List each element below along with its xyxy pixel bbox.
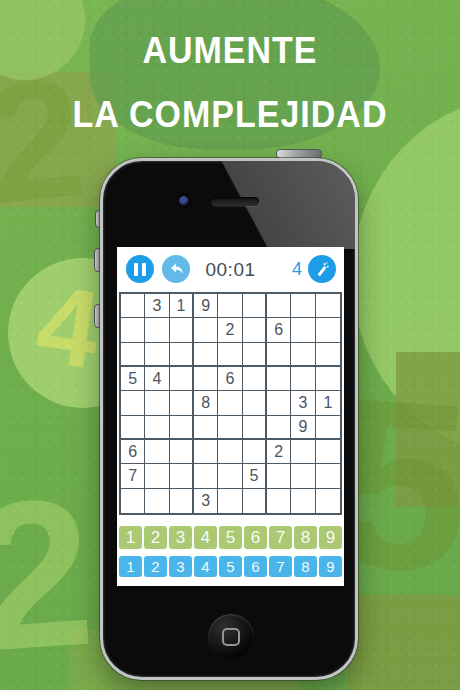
- home-button: [208, 614, 254, 660]
- grid-cell-r1c7[interactable]: [267, 294, 291, 318]
- grid-cell-r9c2[interactable]: [145, 489, 169, 513]
- green-key-7[interactable]: 7: [269, 526, 292, 549]
- grid-cell-r6c5[interactable]: [218, 416, 242, 440]
- grid-cell-r1c9[interactable]: [316, 294, 340, 318]
- grid-cell-r9c7[interactable]: [267, 489, 291, 513]
- green-key-8[interactable]: 8: [294, 526, 317, 549]
- hints-remaining-count: 4: [292, 247, 302, 292]
- grid-cell-r2c2[interactable]: [145, 318, 169, 342]
- blue-key-2[interactable]: 2: [144, 556, 167, 577]
- green-key-6[interactable]: 6: [244, 526, 267, 549]
- grid-cell-r3c7[interactable]: [267, 343, 291, 367]
- grid-cell-r8c6[interactable]: 5: [243, 464, 267, 488]
- app-screen: 00:01 4 31926546831962753 123456789 1234…: [117, 247, 344, 586]
- grid-cell-r7c9[interactable]: [316, 440, 340, 464]
- headline-line-1: AUMENTE: [0, 18, 460, 82]
- grid-cell-r3c2[interactable]: [145, 343, 169, 367]
- grid-cell-r9c1[interactable]: [121, 489, 145, 513]
- green-key-5[interactable]: 5: [219, 526, 242, 549]
- grid-cell-r8c4[interactable]: [194, 464, 218, 488]
- grid-cell-r9c4[interactable]: 3: [194, 489, 218, 513]
- grid-cell-r2c6[interactable]: [243, 318, 267, 342]
- grid-cell-r5c6[interactable]: [243, 391, 267, 415]
- grid-cell-r3c6[interactable]: [243, 343, 267, 367]
- grid-cell-r8c5[interactable]: [218, 464, 242, 488]
- grid-cell-r4c9[interactable]: [316, 367, 340, 391]
- blue-key-7[interactable]: 7: [269, 556, 292, 577]
- grid-cell-r6c4[interactable]: [194, 416, 218, 440]
- grid-cell-r7c1[interactable]: 6: [121, 440, 145, 464]
- grid-cell-r5c4[interactable]: 8: [194, 391, 218, 415]
- magic-wand-icon: [314, 261, 330, 277]
- blue-key-8[interactable]: 8: [294, 556, 317, 577]
- grid-cell-r3c3[interactable]: [170, 343, 194, 367]
- sudoku-grid: 31926546831962753: [119, 292, 342, 515]
- grid-cell-r3c9[interactable]: [316, 343, 340, 367]
- grid-cell-r4c7[interactable]: [267, 367, 291, 391]
- grid-cell-r4c3[interactable]: [170, 367, 194, 391]
- grid-cell-r6c7[interactable]: [267, 416, 291, 440]
- earpiece-speaker: [211, 197, 259, 206]
- grid-cell-r1c4[interactable]: 9: [194, 294, 218, 318]
- grid-cell-r9c8[interactable]: [291, 489, 315, 513]
- grid-cell-r5c5[interactable]: [218, 391, 242, 415]
- toolbar: 00:01 4: [117, 247, 344, 292]
- grid-cell-r4c8[interactable]: [291, 367, 315, 391]
- grid-cell-r1c8[interactable]: [291, 294, 315, 318]
- blue-key-4[interactable]: 4: [194, 556, 217, 577]
- grid-cell-r2c3[interactable]: [170, 318, 194, 342]
- grid-cell-r7c7[interactable]: 2: [267, 440, 291, 464]
- numpad-green: 123456789: [119, 526, 342, 549]
- grid-cell-r2c1[interactable]: [121, 318, 145, 342]
- grid-cell-r6c2[interactable]: [145, 416, 169, 440]
- grid-cell-r4c1[interactable]: 5: [121, 367, 145, 391]
- grid-cell-r4c6[interactable]: [243, 367, 267, 391]
- grid-cell-r1c6[interactable]: [243, 294, 267, 318]
- blue-key-1[interactable]: 1: [119, 556, 142, 577]
- iphone-mockup: 00:01 4 31926546831962753 123456789 1234…: [100, 158, 358, 680]
- green-key-9[interactable]: 9: [319, 526, 342, 549]
- grid-cell-r5c9[interactable]: 1: [316, 391, 340, 415]
- grid-cell-r6c8[interactable]: 9: [291, 416, 315, 440]
- green-key-1[interactable]: 1: [119, 526, 142, 549]
- grid-cell-r6c9[interactable]: [316, 416, 340, 440]
- grid-cell-r4c2[interactable]: 4: [145, 367, 169, 391]
- grid-cell-r8c2[interactable]: [145, 464, 169, 488]
- green-key-2[interactable]: 2: [144, 526, 167, 549]
- grid-cell-r4c5[interactable]: 6: [218, 367, 242, 391]
- green-key-3[interactable]: 3: [169, 526, 192, 549]
- numpad-blue: 123456789: [119, 556, 342, 577]
- headline: AUMENTE LA COMPLEJIDAD: [0, 18, 460, 145]
- grid-cell-r3c5[interactable]: [218, 343, 242, 367]
- green-key-4[interactable]: 4: [194, 526, 217, 549]
- hint-button[interactable]: [308, 255, 336, 283]
- grid-cell-r1c1[interactable]: [121, 294, 145, 318]
- grid-cell-r5c1[interactable]: [121, 391, 145, 415]
- grid-cell-r2c9[interactable]: [316, 318, 340, 342]
- grid-cell-r7c3[interactable]: [170, 440, 194, 464]
- grid-cell-r8c3[interactable]: [170, 464, 194, 488]
- grid-cell-r5c8[interactable]: 3: [291, 391, 315, 415]
- grid-cell-r9c3[interactable]: [170, 489, 194, 513]
- grid-cell-r2c8[interactable]: [291, 318, 315, 342]
- grid-cell-r5c3[interactable]: [170, 391, 194, 415]
- grid-cell-r7c6[interactable]: [243, 440, 267, 464]
- blue-key-6[interactable]: 6: [244, 556, 267, 577]
- grid-cell-r6c3[interactable]: [170, 416, 194, 440]
- grid-cell-r8c1[interactable]: 7: [121, 464, 145, 488]
- grid-cell-r5c7[interactable]: [267, 391, 291, 415]
- grid-cell-r1c2[interactable]: 3: [145, 294, 169, 318]
- grid-cell-r8c9[interactable]: [316, 464, 340, 488]
- grid-cell-r8c7[interactable]: [267, 464, 291, 488]
- grid-cell-r7c5[interactable]: [218, 440, 242, 464]
- grid-cell-r3c1[interactable]: [121, 343, 145, 367]
- blue-key-5[interactable]: 5: [219, 556, 242, 577]
- grid-cell-r3c8[interactable]: [291, 343, 315, 367]
- grid-cell-r1c3[interactable]: 1: [170, 294, 194, 318]
- blue-key-9[interactable]: 9: [319, 556, 342, 577]
- grid-cell-r8c8[interactable]: [291, 464, 315, 488]
- grid-cell-r2c4[interactable]: [194, 318, 218, 342]
- home-button-square-icon: [222, 628, 240, 646]
- headline-line-2: LA COMPLEJIDAD: [0, 82, 460, 146]
- grid-cell-r9c5[interactable]: [218, 489, 242, 513]
- grid-cell-r4c4[interactable]: [194, 367, 218, 391]
- grid-cell-r7c2[interactable]: [145, 440, 169, 464]
- grid-cell-r1c5[interactable]: [218, 294, 242, 318]
- grid-cell-r3c4[interactable]: [194, 343, 218, 367]
- blue-key-3[interactable]: 3: [169, 556, 192, 577]
- grid-cell-r7c4[interactable]: [194, 440, 218, 464]
- grid-cell-r7c8[interactable]: [291, 440, 315, 464]
- front-camera: [179, 196, 189, 206]
- grid-cell-r2c5[interactable]: 2: [218, 318, 242, 342]
- grid-cell-r6c6[interactable]: [243, 416, 267, 440]
- grid-cell-r5c2[interactable]: [145, 391, 169, 415]
- grid-cell-r9c6[interactable]: [243, 489, 267, 513]
- grid-cell-r6c1[interactable]: [121, 416, 145, 440]
- grid-cell-r2c7[interactable]: 6: [267, 318, 291, 342]
- grid-cell-r9c9[interactable]: [316, 489, 340, 513]
